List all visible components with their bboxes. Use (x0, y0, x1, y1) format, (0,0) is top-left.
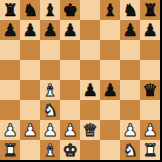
square-a4[interactable] (0, 80, 20, 100)
square-d4[interactable] (60, 80, 80, 100)
square-f5[interactable] (100, 60, 120, 80)
piece-white-pawn: ♟ (62, 120, 77, 140)
piece-white-knight: ♞ (42, 100, 57, 120)
square-f8[interactable]: ♝ (100, 0, 120, 20)
square-g2[interactable]: ♟ (120, 120, 140, 140)
square-b6[interactable] (20, 40, 40, 60)
piece-white-bishop: ♝ (42, 140, 57, 160)
square-d8[interactable]: ♚ (60, 0, 80, 20)
square-f7[interactable] (100, 20, 120, 40)
piece-black-queen: ♛ (142, 80, 157, 100)
square-d1[interactable]: ♚ (60, 140, 80, 160)
square-g3[interactable] (120, 100, 140, 120)
square-b2[interactable]: ♟ (20, 120, 40, 140)
square-c3[interactable]: ♞ (40, 100, 60, 120)
square-h1[interactable]: ♜ (140, 140, 160, 160)
square-d6[interactable] (60, 40, 80, 60)
square-c1[interactable]: ♝ (40, 140, 60, 160)
piece-black-knight: ♞ (122, 0, 137, 20)
chess-board: ♜♞♝♚♝♞♜♟♟♟♟♟♟♝♟♟♛♞♟♟♟♟♛♟♟♜♝♚♞♜ (0, 0, 160, 160)
square-h2[interactable]: ♟ (140, 120, 160, 140)
square-h3[interactable] (140, 100, 160, 120)
square-c4[interactable]: ♝ (40, 80, 60, 100)
square-b8[interactable]: ♞ (20, 0, 40, 20)
piece-white-pawn: ♟ (2, 120, 17, 140)
square-a5[interactable] (0, 60, 20, 80)
square-h8[interactable]: ♜ (140, 0, 160, 20)
square-f2[interactable] (100, 120, 120, 140)
piece-white-bishop: ♝ (42, 80, 57, 100)
square-b7[interactable]: ♟ (20, 20, 40, 40)
square-b5[interactable] (20, 60, 40, 80)
piece-black-pawn: ♟ (42, 20, 57, 40)
piece-black-pawn: ♟ (62, 20, 77, 40)
square-a2[interactable]: ♟ (0, 120, 20, 140)
square-e1[interactable] (80, 140, 100, 160)
square-c6[interactable] (40, 40, 60, 60)
piece-white-king: ♚ (62, 140, 77, 160)
square-b1[interactable] (20, 140, 40, 160)
piece-black-rook: ♜ (142, 0, 157, 20)
square-g4[interactable] (120, 80, 140, 100)
square-g1[interactable]: ♞ (120, 140, 140, 160)
square-h6[interactable] (140, 40, 160, 60)
piece-black-pawn: ♟ (122, 20, 137, 40)
square-d2[interactable]: ♟ (60, 120, 80, 140)
square-e7[interactable] (80, 20, 100, 40)
piece-black-pawn: ♟ (22, 20, 37, 40)
piece-black-bishop: ♝ (102, 0, 117, 20)
piece-white-rook: ♜ (142, 140, 157, 160)
square-e6[interactable] (80, 40, 100, 60)
square-g7[interactable]: ♟ (120, 20, 140, 40)
piece-black-pawn: ♟ (102, 80, 117, 100)
piece-black-pawn: ♟ (82, 80, 97, 100)
square-c8[interactable]: ♝ (40, 0, 60, 20)
square-h5[interactable] (140, 60, 160, 80)
piece-white-queen: ♛ (82, 120, 97, 140)
square-c5[interactable] (40, 60, 60, 80)
square-a8[interactable]: ♜ (0, 0, 20, 20)
square-g6[interactable] (120, 40, 140, 60)
piece-white-pawn: ♟ (42, 120, 57, 140)
square-a6[interactable] (0, 40, 20, 60)
square-f1[interactable] (100, 140, 120, 160)
square-e5[interactable] (80, 60, 100, 80)
piece-black-rook: ♜ (2, 0, 17, 20)
square-g8[interactable]: ♞ (120, 0, 140, 20)
piece-white-pawn: ♟ (142, 120, 157, 140)
square-f6[interactable] (100, 40, 120, 60)
square-c2[interactable]: ♟ (40, 120, 60, 140)
square-e3[interactable] (80, 100, 100, 120)
square-e2[interactable]: ♛ (80, 120, 100, 140)
square-b3[interactable] (20, 100, 40, 120)
piece-white-pawn: ♟ (22, 120, 37, 140)
square-b4[interactable] (20, 80, 40, 100)
square-f4[interactable]: ♟ (100, 80, 120, 100)
square-a3[interactable] (0, 100, 20, 120)
piece-black-pawn: ♟ (2, 20, 17, 40)
square-h4[interactable]: ♛ (140, 80, 160, 100)
piece-black-bishop: ♝ (42, 0, 57, 20)
piece-black-knight: ♞ (22, 0, 37, 20)
square-d5[interactable] (60, 60, 80, 80)
square-c7[interactable]: ♟ (40, 20, 60, 40)
square-h7[interactable]: ♟ (140, 20, 160, 40)
square-e8[interactable] (80, 0, 100, 20)
square-a7[interactable]: ♟ (0, 20, 20, 40)
piece-white-rook: ♜ (2, 140, 17, 160)
square-d3[interactable] (60, 100, 80, 120)
square-e4[interactable]: ♟ (80, 80, 100, 100)
square-f3[interactable] (100, 100, 120, 120)
square-d7[interactable]: ♟ (60, 20, 80, 40)
piece-white-pawn: ♟ (122, 120, 137, 140)
square-a1[interactable]: ♜ (0, 140, 20, 160)
square-g5[interactable] (120, 60, 140, 80)
piece-black-king: ♚ (62, 0, 77, 20)
piece-white-knight: ♞ (122, 140, 137, 160)
piece-black-pawn: ♟ (142, 20, 157, 40)
